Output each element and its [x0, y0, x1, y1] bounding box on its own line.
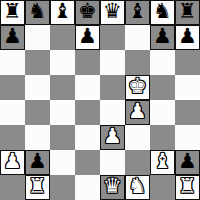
- black-pawn-icon: ♟: [153, 24, 172, 49]
- square-b4[interactable]: [25, 100, 50, 125]
- black-pawn-icon: ♟: [3, 24, 22, 49]
- square-c8[interactable]: ♝: [50, 0, 75, 25]
- square-h4[interactable]: [175, 100, 200, 125]
- square-d7[interactable]: ♟: [75, 25, 100, 50]
- white-rook-icon: ♜: [178, 174, 197, 199]
- chessboard-diagram: ♜♞♝♚♛♝♞♜♟♟♟♟♚♟♟♟♟♝♟♜♛♞♜: [0, 0, 200, 200]
- square-f7[interactable]: [125, 25, 150, 50]
- square-c5[interactable]: [50, 75, 75, 100]
- square-d3[interactable]: [75, 125, 100, 150]
- white-queen-icon: ♛: [103, 174, 122, 199]
- white-knight-icon: ♞: [128, 174, 147, 199]
- black-king-icon: ♚: [78, 0, 97, 24]
- square-h1[interactable]: ♜: [175, 175, 200, 200]
- black-pawn-icon: ♟: [178, 149, 197, 174]
- square-a5[interactable]: [0, 75, 25, 100]
- square-c2[interactable]: [50, 150, 75, 175]
- square-h6[interactable]: [175, 50, 200, 75]
- square-f8[interactable]: ♝: [125, 0, 150, 25]
- square-b7[interactable]: [25, 25, 50, 50]
- square-d1[interactable]: [75, 175, 100, 200]
- square-c3[interactable]: [50, 125, 75, 150]
- square-g8[interactable]: ♞: [150, 0, 175, 25]
- square-a7[interactable]: ♟: [0, 25, 25, 50]
- black-pawn-icon: ♟: [178, 24, 197, 49]
- square-b5[interactable]: [25, 75, 50, 100]
- square-g6[interactable]: [150, 50, 175, 75]
- square-f1[interactable]: ♞: [125, 175, 150, 200]
- square-a6[interactable]: [0, 50, 25, 75]
- square-c7[interactable]: [50, 25, 75, 50]
- black-knight-icon: ♞: [153, 0, 172, 24]
- square-e8[interactable]: ♛: [100, 0, 125, 25]
- square-h2[interactable]: ♟: [175, 150, 200, 175]
- square-h7[interactable]: ♟: [175, 25, 200, 50]
- square-b8[interactable]: ♞: [25, 0, 50, 25]
- white-pawn-icon: ♟: [103, 124, 122, 149]
- square-d6[interactable]: [75, 50, 100, 75]
- white-bishop-icon: ♝: [153, 149, 172, 174]
- black-pawn-icon: ♟: [78, 24, 97, 49]
- black-rook-icon: ♜: [178, 0, 197, 24]
- square-b6[interactable]: [25, 50, 50, 75]
- square-d2[interactable]: [75, 150, 100, 175]
- square-e7[interactable]: [100, 25, 125, 50]
- square-d8[interactable]: ♚: [75, 0, 100, 25]
- square-a3[interactable]: [0, 125, 25, 150]
- square-d5[interactable]: [75, 75, 100, 100]
- square-e3[interactable]: ♟: [100, 125, 125, 150]
- square-h8[interactable]: ♜: [175, 0, 200, 25]
- square-a4[interactable]: [0, 100, 25, 125]
- square-f2[interactable]: [125, 150, 150, 175]
- square-h5[interactable]: [175, 75, 200, 100]
- square-a1[interactable]: [0, 175, 25, 200]
- square-a8[interactable]: ♜: [0, 0, 25, 25]
- chess-board: ♜♞♝♚♛♝♞♜♟♟♟♟♚♟♟♟♟♝♟♜♛♞♜: [0, 0, 200, 200]
- black-queen-icon: ♛: [103, 0, 122, 24]
- square-f4[interactable]: ♟: [125, 100, 150, 125]
- square-e6[interactable]: [100, 50, 125, 75]
- black-pawn-icon: ♟: [28, 149, 47, 174]
- white-rook-icon: ♜: [28, 174, 47, 199]
- square-a2[interactable]: ♟: [0, 150, 25, 175]
- square-g3[interactable]: [150, 125, 175, 150]
- square-g2[interactable]: ♝: [150, 150, 175, 175]
- square-c4[interactable]: [50, 100, 75, 125]
- white-pawn-icon: ♟: [3, 149, 22, 174]
- square-g7[interactable]: ♟: [150, 25, 175, 50]
- square-b2[interactable]: ♟: [25, 150, 50, 175]
- square-f3[interactable]: [125, 125, 150, 150]
- square-b3[interactable]: [25, 125, 50, 150]
- white-pawn-icon: ♟: [128, 99, 147, 124]
- black-bishop-icon: ♝: [128, 0, 147, 24]
- square-e5[interactable]: [100, 75, 125, 100]
- black-knight-icon: ♞: [28, 0, 47, 24]
- square-h3[interactable]: [175, 125, 200, 150]
- square-f6[interactable]: [125, 50, 150, 75]
- square-c6[interactable]: [50, 50, 75, 75]
- square-b1[interactable]: ♜: [25, 175, 50, 200]
- square-e1[interactable]: ♛: [100, 175, 125, 200]
- square-g1[interactable]: [150, 175, 175, 200]
- square-c1[interactable]: [50, 175, 75, 200]
- square-e2[interactable]: [100, 150, 125, 175]
- square-g5[interactable]: [150, 75, 175, 100]
- square-f5[interactable]: ♚: [125, 75, 150, 100]
- white-king-icon: ♚: [128, 74, 147, 99]
- square-g4[interactable]: [150, 100, 175, 125]
- square-e4[interactable]: [100, 100, 125, 125]
- square-d4[interactable]: [75, 100, 100, 125]
- black-bishop-icon: ♝: [53, 0, 72, 24]
- black-rook-icon: ♜: [3, 0, 22, 24]
